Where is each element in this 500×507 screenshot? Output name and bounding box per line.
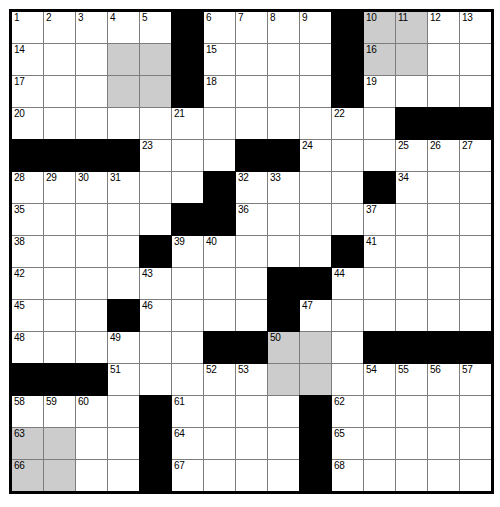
- clue-number-17: 17: [14, 77, 25, 87]
- clue-number-63: 63: [14, 429, 25, 439]
- cell-r7c4[interactable]: [108, 204, 139, 235]
- cell-r12c8[interactable]: 53: [236, 364, 267, 395]
- clue-number-33: 33: [270, 173, 281, 183]
- cell-r4c8[interactable]: [236, 108, 267, 139]
- cell-r8c13[interactable]: [396, 236, 427, 267]
- cell-r7c8[interactable]: 36: [236, 204, 267, 235]
- cell-r9c7[interactable]: [204, 268, 235, 299]
- cell-r8c4[interactable]: [108, 236, 139, 267]
- shaded-cell-r15c2[interactable]: [44, 460, 75, 491]
- clue-number-11: 11: [398, 13, 408, 23]
- cell-r13c13[interactable]: [396, 396, 427, 427]
- cell-r12c5[interactable]: [140, 364, 171, 395]
- clue-number-59: 59: [46, 397, 57, 407]
- cell-r1c3[interactable]: 3: [76, 12, 107, 43]
- cell-r14c14[interactable]: [428, 428, 459, 459]
- black-square-r12c1: [12, 364, 43, 395]
- cell-r10c11[interactable]: [332, 300, 363, 331]
- cell-r10c10[interactable]: 47: [300, 300, 331, 331]
- cell-r3c2[interactable]: [44, 76, 75, 107]
- cell-r3c10[interactable]: [300, 76, 331, 107]
- shaded-cell-r2c12[interactable]: 16: [364, 44, 395, 75]
- cell-r6c3[interactable]: 30: [76, 172, 107, 203]
- black-square-r11c15: [460, 332, 491, 363]
- cell-r12c14[interactable]: 56: [428, 364, 459, 395]
- clue-number-15: 15: [206, 45, 217, 55]
- cell-r4c1[interactable]: 20: [12, 108, 43, 139]
- cell-r14c6[interactable]: 64: [172, 428, 203, 459]
- black-square-r11c14: [428, 332, 459, 363]
- cell-r12c15[interactable]: 57: [460, 364, 491, 395]
- cell-r8c14[interactable]: [428, 236, 459, 267]
- cell-r11c11[interactable]: [332, 332, 363, 363]
- cell-r14c4[interactable]: [108, 428, 139, 459]
- black-square-r5c8: [236, 140, 267, 171]
- shaded-cell-r2c13[interactable]: [396, 44, 427, 75]
- clue-number-6: 6: [206, 13, 211, 23]
- cell-r2c3[interactable]: [76, 44, 107, 75]
- clue-number-5: 5: [142, 13, 147, 23]
- cell-r15c11[interactable]: 68: [332, 460, 363, 491]
- black-square-r15c5: [140, 460, 171, 491]
- black-square-r4c14: [428, 108, 459, 139]
- shaded-cell-r2c4[interactable]: [108, 44, 139, 75]
- black-square-r10c4: [108, 300, 139, 331]
- cell-r2c14[interactable]: [428, 44, 459, 75]
- cell-r9c8[interactable]: [236, 268, 267, 299]
- black-square-r4c13: [396, 108, 427, 139]
- clue-number-57: 57: [462, 365, 473, 375]
- clue-number-67: 67: [174, 461, 185, 471]
- cell-r8c2[interactable]: [44, 236, 75, 267]
- cell-r2c10[interactable]: [300, 44, 331, 75]
- cell-r4c7[interactable]: [204, 108, 235, 139]
- cell-r10c13[interactable]: [396, 300, 427, 331]
- cell-r9c6[interactable]: [172, 268, 203, 299]
- cell-r14c7[interactable]: [204, 428, 235, 459]
- cell-r10c3[interactable]: [76, 300, 107, 331]
- clue-number-27: 27: [462, 141, 473, 151]
- clue-number-51: 51: [110, 365, 121, 375]
- cell-r2c8[interactable]: [236, 44, 267, 75]
- clue-number-40: 40: [206, 237, 217, 247]
- cell-r10c2[interactable]: [44, 300, 75, 331]
- clue-number-39: 39: [174, 237, 185, 247]
- cell-r13c12[interactable]: [364, 396, 395, 427]
- cell-r13c7[interactable]: [204, 396, 235, 427]
- cell-r2c2[interactable]: [44, 44, 75, 75]
- black-square-r14c10: [300, 428, 331, 459]
- clue-number-52: 52: [206, 365, 217, 375]
- black-square-r7c6: [172, 204, 203, 235]
- black-square-r1c6: [172, 12, 203, 43]
- clue-number-37: 37: [366, 205, 377, 215]
- cell-r5c5[interactable]: 23: [140, 140, 171, 171]
- cell-r15c4[interactable]: [108, 460, 139, 491]
- black-square-r5c4: [108, 140, 139, 171]
- cell-r4c2[interactable]: [44, 108, 75, 139]
- cell-r5c6[interactable]: [172, 140, 203, 171]
- cell-r10c5[interactable]: 46: [140, 300, 171, 331]
- cell-r8c8[interactable]: [236, 236, 267, 267]
- cell-r14c13[interactable]: [396, 428, 427, 459]
- clue-number-60: 60: [78, 397, 89, 407]
- cell-r15c3[interactable]: [76, 460, 107, 491]
- clue-number-50: 50: [270, 333, 281, 343]
- clue-number-9: 9: [302, 13, 307, 23]
- cell-r13c3[interactable]: 60: [76, 396, 107, 427]
- cell-r14c9[interactable]: [268, 428, 299, 459]
- black-square-r3c6: [172, 76, 203, 107]
- black-square-r8c5: [140, 236, 171, 267]
- cell-r13c9[interactable]: [268, 396, 299, 427]
- cell-r11c3[interactable]: [76, 332, 107, 363]
- cell-r5c11[interactable]: [332, 140, 363, 171]
- cell-r13c1[interactable]: 58: [12, 396, 43, 427]
- clue-number-31: 31: [110, 173, 121, 183]
- shaded-cell-r1c13[interactable]: 11: [396, 12, 427, 43]
- clue-number-66: 66: [14, 461, 25, 471]
- clue-number-20: 20: [14, 109, 25, 119]
- clue-number-25: 25: [398, 141, 409, 151]
- clue-number-44: 44: [334, 269, 345, 279]
- cell-r8c10[interactable]: [300, 236, 331, 267]
- black-square-r11c13: [396, 332, 427, 363]
- cell-r10c15[interactable]: [460, 300, 491, 331]
- black-square-r10c9: [268, 300, 299, 331]
- cell-r9c11[interactable]: 44: [332, 268, 363, 299]
- cell-r15c12[interactable]: [364, 460, 395, 491]
- black-square-r1c11: [332, 12, 363, 43]
- black-square-r5c2: [44, 140, 75, 171]
- cell-r5c12[interactable]: [364, 140, 395, 171]
- clue-number-47: 47: [302, 301, 313, 311]
- clue-number-8: 8: [270, 13, 275, 23]
- cell-r9c13[interactable]: [396, 268, 427, 299]
- cell-r13c2[interactable]: 59: [44, 396, 75, 427]
- black-square-r2c11: [332, 44, 363, 75]
- cell-r7c12[interactable]: 37: [364, 204, 395, 235]
- cell-r2c15[interactable]: [460, 44, 491, 75]
- cell-r13c4[interactable]: [108, 396, 139, 427]
- cell-r4c4[interactable]: [108, 108, 139, 139]
- cell-r1c5[interactable]: 5: [140, 12, 171, 43]
- cell-r4c3[interactable]: [76, 108, 107, 139]
- clue-number-28: 28: [14, 173, 25, 183]
- shaded-cell-r14c1[interactable]: 63: [12, 428, 43, 459]
- cell-r8c6[interactable]: 39: [172, 236, 203, 267]
- clue-number-18: 18: [206, 77, 217, 87]
- cell-r4c6[interactable]: 21: [172, 108, 203, 139]
- cell-r15c15[interactable]: [460, 460, 491, 491]
- shaded-cell-r15c1[interactable]: 66: [12, 460, 43, 491]
- cell-r2c7[interactable]: 15: [204, 44, 235, 75]
- clue-number-3: 3: [78, 13, 83, 23]
- clue-number-16: 16: [366, 45, 377, 55]
- cell-r12c7[interactable]: 52: [204, 364, 235, 395]
- cell-r14c12[interactable]: [364, 428, 395, 459]
- cell-r3c3[interactable]: [76, 76, 107, 107]
- cell-r8c12[interactable]: 41: [364, 236, 395, 267]
- cell-r6c15[interactable]: [460, 172, 491, 203]
- cell-r10c14[interactable]: [428, 300, 459, 331]
- shaded-cell-r14c2[interactable]: [44, 428, 75, 459]
- clue-number-29: 29: [46, 173, 57, 183]
- cell-r4c10[interactable]: [300, 108, 331, 139]
- clue-number-22: 22: [334, 109, 345, 119]
- cell-r12c13[interactable]: 55: [396, 364, 427, 395]
- shaded-cell-r3c4[interactable]: [108, 76, 139, 107]
- cell-r14c3[interactable]: [76, 428, 107, 459]
- cell-r6c1[interactable]: 28: [12, 172, 43, 203]
- cell-r2c9[interactable]: [268, 44, 299, 75]
- cell-r15c13[interactable]: [396, 460, 427, 491]
- clue-number-23: 23: [142, 141, 153, 151]
- clue-number-61: 61: [174, 397, 185, 407]
- cell-r7c1[interactable]: 35: [12, 204, 43, 235]
- cell-r12c11[interactable]: [332, 364, 363, 395]
- black-square-r15c10: [300, 460, 331, 491]
- cell-r1c2[interactable]: 2: [44, 12, 75, 43]
- cell-r5c15[interactable]: 27: [460, 140, 491, 171]
- cell-r10c8[interactable]: [236, 300, 267, 331]
- clue-number-10: 10: [366, 13, 377, 23]
- clue-number-65: 65: [334, 429, 345, 439]
- cell-r15c6[interactable]: 67: [172, 460, 203, 491]
- clue-number-19: 19: [366, 77, 377, 87]
- cell-r9c5[interactable]: 43: [140, 268, 171, 299]
- cell-r7c13[interactable]: [396, 204, 427, 235]
- cell-r7c5[interactable]: [140, 204, 171, 235]
- cell-r5c14[interactable]: 26: [428, 140, 459, 171]
- cell-r7c15[interactable]: [460, 204, 491, 235]
- cell-r8c1[interactable]: 38: [12, 236, 43, 267]
- cell-r9c4[interactable]: [108, 268, 139, 299]
- cell-r11c4[interactable]: 49: [108, 332, 139, 363]
- cell-r5c13[interactable]: 25: [396, 140, 427, 171]
- cell-r11c2[interactable]: [44, 332, 75, 363]
- cell-r3c12[interactable]: 19: [364, 76, 395, 107]
- clue-number-43: 43: [142, 269, 153, 279]
- clue-number-38: 38: [14, 237, 25, 247]
- black-square-r4c15: [460, 108, 491, 139]
- cell-r15c7[interactable]: [204, 460, 235, 491]
- cell-r3c1[interactable]: 17: [12, 76, 43, 107]
- clue-number-35: 35: [14, 205, 25, 215]
- cell-r12c12[interactable]: 54: [364, 364, 395, 395]
- clue-number-41: 41: [366, 237, 377, 247]
- cell-r10c12[interactable]: [364, 300, 395, 331]
- cell-r11c5[interactable]: [140, 332, 171, 363]
- clue-number-45: 45: [14, 301, 25, 311]
- black-square-r6c12: [364, 172, 395, 203]
- clue-number-49: 49: [110, 333, 121, 343]
- cell-r10c6[interactable]: [172, 300, 203, 331]
- clue-number-26: 26: [430, 141, 441, 151]
- black-square-r5c9: [268, 140, 299, 171]
- cell-r1c7[interactable]: 6: [204, 12, 235, 43]
- black-square-r3c11: [332, 76, 363, 107]
- shaded-cell-r3c5[interactable]: [140, 76, 171, 107]
- clue-number-53: 53: [238, 365, 249, 375]
- cell-r1c4[interactable]: 4: [108, 12, 139, 43]
- clue-number-24: 24: [302, 141, 313, 151]
- clue-number-58: 58: [14, 397, 25, 407]
- clue-number-12: 12: [430, 13, 441, 23]
- cell-r14c8[interactable]: [236, 428, 267, 459]
- cell-r9c14[interactable]: [428, 268, 459, 299]
- black-square-r11c7: [204, 332, 235, 363]
- cell-r2c1[interactable]: 14: [12, 44, 43, 75]
- shaded-cell-r12c10[interactable]: [300, 364, 331, 395]
- clue-number-54: 54: [366, 365, 377, 375]
- cell-r1c15[interactable]: 13: [460, 12, 491, 43]
- clue-number-48: 48: [14, 333, 25, 343]
- cell-r7c3[interactable]: [76, 204, 107, 235]
- cell-r6c8[interactable]: 32: [236, 172, 267, 203]
- cell-r1c10[interactable]: 9: [300, 12, 331, 43]
- cell-r4c9[interactable]: [268, 108, 299, 139]
- cell-r7c11[interactable]: [332, 204, 363, 235]
- cell-r14c11[interactable]: 65: [332, 428, 363, 459]
- black-square-r11c8: [236, 332, 267, 363]
- clue-number-68: 68: [334, 461, 345, 471]
- black-square-r13c5: [140, 396, 171, 427]
- cell-r4c11[interactable]: 22: [332, 108, 363, 139]
- cell-r8c15[interactable]: [460, 236, 491, 267]
- black-square-r2c6: [172, 44, 203, 75]
- cell-r7c2[interactable]: [44, 204, 75, 235]
- cell-r6c2[interactable]: 29: [44, 172, 75, 203]
- black-square-r5c3: [76, 140, 107, 171]
- black-square-r5c1: [12, 140, 43, 171]
- black-square-r9c10: [300, 268, 331, 299]
- cell-r3c7[interactable]: 18: [204, 76, 235, 107]
- cell-r13c14[interactable]: [428, 396, 459, 427]
- clue-number-46: 46: [142, 301, 153, 311]
- cell-r6c11[interactable]: [332, 172, 363, 203]
- cell-r3c9[interactable]: [268, 76, 299, 107]
- cell-r6c13[interactable]: 34: [396, 172, 427, 203]
- cell-r9c15[interactable]: [460, 268, 491, 299]
- clue-number-42: 42: [14, 269, 25, 279]
- cell-r5c7[interactable]: [204, 140, 235, 171]
- cell-r7c10[interactable]: [300, 204, 331, 235]
- cell-r15c14[interactable]: [428, 460, 459, 491]
- cell-r12c6[interactable]: [172, 364, 203, 395]
- clue-number-56: 56: [430, 365, 441, 375]
- black-square-r8c11: [332, 236, 363, 267]
- cell-r6c10[interactable]: [300, 172, 331, 203]
- cell-r9c2[interactable]: [44, 268, 75, 299]
- cell-r13c11[interactable]: 62: [332, 396, 363, 427]
- cell-r11c1[interactable]: 48: [12, 332, 43, 363]
- cell-r10c7[interactable]: [204, 300, 235, 331]
- cell-r6c5[interactable]: [140, 172, 171, 203]
- black-square-r12c3: [76, 364, 107, 395]
- cell-r1c14[interactable]: 12: [428, 12, 459, 43]
- crossword-grid: 1234567891011121314151617181920212223242…: [9, 9, 494, 494]
- cell-r15c8[interactable]: [236, 460, 267, 491]
- cell-r13c15[interactable]: [460, 396, 491, 427]
- clue-number-62: 62: [334, 397, 345, 407]
- clue-number-55: 55: [398, 365, 409, 375]
- cell-r6c9[interactable]: 33: [268, 172, 299, 203]
- cell-r14c15[interactable]: [460, 428, 491, 459]
- clue-number-30: 30: [78, 173, 89, 183]
- cell-r8c9[interactable]: [268, 236, 299, 267]
- clue-number-36: 36: [238, 205, 249, 215]
- black-square-r6c7: [204, 172, 235, 203]
- black-square-r13c10: [300, 396, 331, 427]
- cell-r3c15[interactable]: [460, 76, 491, 107]
- clue-number-4: 4: [110, 13, 115, 23]
- cell-r6c4[interactable]: 31: [108, 172, 139, 203]
- clue-number-14: 14: [14, 45, 25, 55]
- cell-r9c3[interactable]: [76, 268, 107, 299]
- cell-r4c12[interactable]: [364, 108, 395, 139]
- cell-r9c12[interactable]: [364, 268, 395, 299]
- cell-r8c3[interactable]: [76, 236, 107, 267]
- cell-r1c1[interactable]: 1: [12, 12, 43, 43]
- cell-r11c6[interactable]: [172, 332, 203, 363]
- black-square-r11c12: [364, 332, 395, 363]
- black-square-r14c5: [140, 428, 171, 459]
- cell-r1c9[interactable]: 8: [268, 12, 299, 43]
- cell-r3c8[interactable]: [236, 76, 267, 107]
- cell-r1c8[interactable]: 7: [236, 12, 267, 43]
- shaded-cell-r1c12[interactable]: 10: [364, 12, 395, 43]
- cell-r12c4[interactable]: 51: [108, 364, 139, 395]
- clue-number-34: 34: [398, 173, 409, 183]
- shaded-cell-r2c5[interactable]: [140, 44, 171, 75]
- black-square-r12c2: [44, 364, 75, 395]
- cell-r13c8[interactable]: [236, 396, 267, 427]
- shaded-cell-r11c10[interactable]: [300, 332, 331, 363]
- cell-r9c1[interactable]: 42: [12, 268, 43, 299]
- cell-r3c13[interactable]: [396, 76, 427, 107]
- clue-number-7: 7: [238, 13, 243, 23]
- clue-number-2: 2: [46, 13, 51, 23]
- cell-r7c14[interactable]: [428, 204, 459, 235]
- clue-number-1: 1: [14, 13, 19, 23]
- cell-r10c1[interactable]: 45: [12, 300, 43, 331]
- cell-r3c14[interactable]: [428, 76, 459, 107]
- clue-number-64: 64: [174, 429, 185, 439]
- black-square-r9c9: [268, 268, 299, 299]
- shaded-cell-r12c9[interactable]: [268, 364, 299, 395]
- shaded-cell-r11c9[interactable]: 50: [268, 332, 299, 363]
- cell-r5c10[interactable]: 24: [300, 140, 331, 171]
- clue-number-32: 32: [238, 173, 249, 183]
- clue-number-13: 13: [462, 13, 473, 23]
- cell-r8c7[interactable]: 40: [204, 236, 235, 267]
- black-square-r7c7: [204, 204, 235, 235]
- clue-number-21: 21: [174, 109, 185, 119]
- cell-r15c9[interactable]: [268, 460, 299, 491]
- cell-r13c6[interactable]: 61: [172, 396, 203, 427]
- cell-r6c14[interactable]: [428, 172, 459, 203]
- cell-r7c9[interactable]: [268, 204, 299, 235]
- cell-r4c5[interactable]: [140, 108, 171, 139]
- cell-r6c6[interactable]: [172, 172, 203, 203]
